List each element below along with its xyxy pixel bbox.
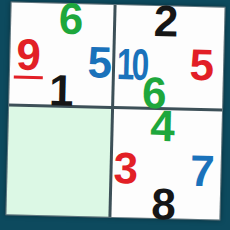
board-cell-top-left[interactable]: 6951 [9,2,113,105]
cell-number: 3 [113,146,139,191]
app-icon-background: 6951 21056 4378 [0,0,230,230]
cell-number: 5 [87,40,113,85]
board-cell-bottom-right[interactable]: 4378 [111,109,222,220]
cell-number: 8 [151,182,177,227]
cell-number: 9 [14,35,44,79]
board-cell-bottom-left[interactable] [6,106,111,216]
cell-number: 4 [150,104,176,149]
cell-number: 7 [190,149,216,194]
puzzle-board: 6951 21056 4378 [5,1,225,220]
cell-number: 1 [49,68,75,113]
cell-number: 6 [58,0,84,41]
cell-number: 2 [153,0,179,44]
board-cell-top-right[interactable]: 21056 [114,5,224,109]
cell-number: 5 [189,42,215,87]
